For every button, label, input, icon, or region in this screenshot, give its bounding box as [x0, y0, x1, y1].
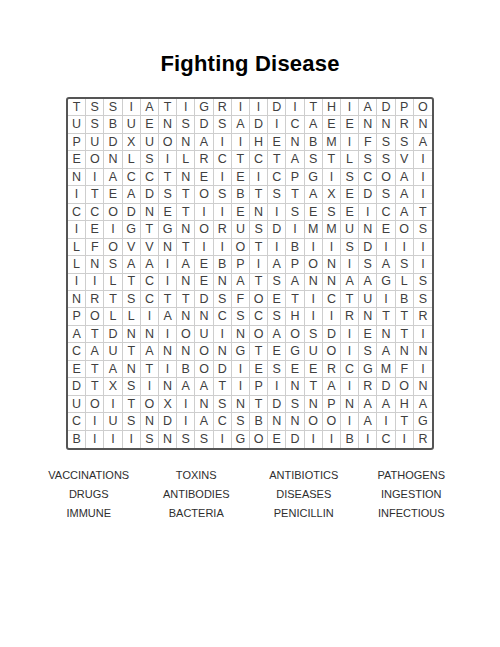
- grid-cell-r3c16: I: [341, 134, 359, 151]
- grid-cell-r10c15: N: [323, 256, 341, 273]
- grid-cell-r4c16: L: [341, 151, 359, 168]
- letter-grid: TSSIATIGRIIDITHIADPOUSBUENSDSADICAEENNRN…: [68, 99, 432, 448]
- grid-cell-r10c8: E: [195, 256, 213, 273]
- word-pathogens: PATHOGENS: [358, 466, 466, 485]
- grid-cell-r17c11: P: [250, 378, 268, 395]
- grid-cell-r12c8: D: [195, 291, 213, 308]
- grid-cell-r16c1: E: [68, 361, 86, 378]
- grid-cell-r15c7: N: [177, 343, 195, 360]
- grid-cell-r13c7: N: [177, 308, 195, 325]
- grid-cell-r13c1: P: [68, 308, 86, 325]
- grid-cell-r19c20: G: [414, 413, 432, 430]
- grid-cell-r1c20: O: [414, 99, 432, 116]
- grid-cell-r13c17: N: [359, 308, 377, 325]
- grid-cell-r17c16: I: [341, 378, 359, 395]
- grid-cell-r19c9: C: [214, 413, 232, 430]
- grid-cell-r8c9: R: [214, 221, 232, 238]
- grid-cell-r5c14: G: [305, 169, 323, 186]
- grid-cell-r2c16: E: [341, 116, 359, 133]
- grid-cell-r16c8: O: [195, 361, 213, 378]
- grid-cell-r9c1: L: [68, 239, 86, 256]
- grid-cell-r18c4: T: [123, 396, 141, 413]
- grid-cell-r8c13: I: [286, 221, 304, 238]
- grid-cell-r9c16: S: [341, 239, 359, 256]
- grid-cell-r5c16: S: [341, 169, 359, 186]
- grid-cell-r15c5: A: [141, 343, 159, 360]
- grid-cell-r17c20: N: [414, 378, 432, 395]
- word-immune: IMMUNE: [35, 504, 143, 523]
- grid-cell-r6c17: D: [359, 186, 377, 203]
- grid-cell-r1c13: I: [286, 99, 304, 116]
- grid-cell-r4c15: T: [323, 151, 341, 168]
- grid-cell-r6c16: E: [341, 186, 359, 203]
- word-drugs: DRUGS: [35, 485, 143, 504]
- grid-cell-r7c5: N: [141, 204, 159, 221]
- grid-cell-r14c13: O: [286, 326, 304, 343]
- grid-cell-r15c6: N: [159, 343, 177, 360]
- grid-cell-r4c14: S: [305, 151, 323, 168]
- grid-cell-r11c6: I: [159, 274, 177, 291]
- grid-cell-r1c17: A: [359, 99, 377, 116]
- grid-cell-r13c15: I: [323, 308, 341, 325]
- grid-cell-r15c10: G: [232, 343, 250, 360]
- grid-cell-r3c11: H: [250, 134, 268, 151]
- grid-cell-r13c6: A: [159, 308, 177, 325]
- grid-cell-r16c9: D: [214, 361, 232, 378]
- word-diseases: DISEASES: [250, 485, 358, 504]
- grid-cell-r9c19: I: [396, 239, 414, 256]
- grid-cell-r7c10: E: [232, 204, 250, 221]
- grid-cell-r2c6: N: [159, 116, 177, 133]
- grid-cell-r1c9: R: [214, 99, 232, 116]
- grid-cell-r13c18: T: [377, 308, 395, 325]
- word-bacteria: BACTERIA: [143, 504, 251, 523]
- grid-cell-r16c6: I: [159, 361, 177, 378]
- grid-cell-r11c10: A: [232, 274, 250, 291]
- grid-cell-r5c7: N: [177, 169, 195, 186]
- grid-cell-r3c5: U: [141, 134, 159, 151]
- grid-cell-r6c7: T: [177, 186, 195, 203]
- grid-cell-r15c12: E: [268, 343, 286, 360]
- grid-cell-r14c11: O: [250, 326, 268, 343]
- grid-cell-r10c9: B: [214, 256, 232, 273]
- grid-cell-r14c5: N: [141, 326, 159, 343]
- grid-cell-r4c13: A: [286, 151, 304, 168]
- grid-cell-r14c6: I: [159, 326, 177, 343]
- grid-cell-r19c7: I: [177, 413, 195, 430]
- grid-cell-r2c20: N: [414, 116, 432, 133]
- grid-cell-r16c15: R: [323, 361, 341, 378]
- grid-cell-r17c15: A: [323, 378, 341, 395]
- grid-cell-r3c8: A: [195, 134, 213, 151]
- grid-cell-r5c6: T: [159, 169, 177, 186]
- grid-cell-r12c20: S: [414, 291, 432, 308]
- grid-cell-r18c6: X: [159, 396, 177, 413]
- grid-cell-r17c1: D: [68, 378, 86, 395]
- grid-cell-r10c20: I: [414, 256, 432, 273]
- grid-cell-r8c20: S: [414, 221, 432, 238]
- grid-cell-r16c2: T: [86, 361, 104, 378]
- grid-cell-r1c18: D: [377, 99, 395, 116]
- grid-cell-r19c13: N: [286, 413, 304, 430]
- grid-cell-r9c18: I: [377, 239, 395, 256]
- grid-cell-r11c17: A: [359, 274, 377, 291]
- grid-cell-r6c14: A: [305, 186, 323, 203]
- grid-cell-r18c13: S: [286, 396, 304, 413]
- grid-cell-r14c8: U: [195, 326, 213, 343]
- grid-cell-r15c11: T: [250, 343, 268, 360]
- grid-cell-r3c3: D: [104, 134, 122, 151]
- grid-cell-r20c17: I: [359, 431, 377, 448]
- grid-cell-r18c12: D: [268, 396, 286, 413]
- grid-cell-r4c5: S: [141, 151, 159, 168]
- word-search-page: Fighting Disease TSSIATIGRIIDITHIADPOUSB…: [0, 0, 500, 647]
- grid-cell-r11c16: A: [341, 274, 359, 291]
- grid-cell-r4c4: L: [123, 151, 141, 168]
- grid-cell-r3c14: B: [305, 134, 323, 151]
- grid-cell-r9c3: O: [104, 239, 122, 256]
- grid-cell-r9c13: B: [286, 239, 304, 256]
- grid-cell-r20c16: B: [341, 431, 359, 448]
- grid-cell-r7c6: E: [159, 204, 177, 221]
- grid-cell-r2c18: N: [377, 116, 395, 133]
- grid-cell-r10c3: S: [104, 256, 122, 273]
- word-vaccinations: VACCINATIONS: [35, 466, 143, 485]
- grid-cell-r9c9: I: [214, 239, 232, 256]
- grid-cell-r5c3: A: [104, 169, 122, 186]
- grid-cell-r2c7: S: [177, 116, 195, 133]
- grid-cell-r5c4: C: [123, 169, 141, 186]
- grid-cell-r10c6: I: [159, 256, 177, 273]
- word-toxins: TOXINS: [143, 466, 251, 485]
- grid-cell-r10c18: A: [377, 256, 395, 273]
- grid-cell-r19c15: O: [323, 413, 341, 430]
- grid-cell-r17c12: I: [268, 378, 286, 395]
- grid-cell-r2c19: R: [396, 116, 414, 133]
- grid-cell-r14c14: S: [305, 326, 323, 343]
- grid-cell-r8c3: I: [104, 221, 122, 238]
- grid-cell-r14c20: I: [414, 326, 432, 343]
- grid-cell-r8c5: T: [141, 221, 159, 238]
- grid-cell-r3c7: N: [177, 134, 195, 151]
- grid-cell-r9c11: T: [250, 239, 268, 256]
- grid-cell-r15c17: S: [359, 343, 377, 360]
- grid-cell-r2c12: I: [268, 116, 286, 133]
- grid-cell-r13c12: S: [268, 308, 286, 325]
- grid-cell-r3c10: I: [232, 134, 250, 151]
- grid-cell-r9c2: F: [86, 239, 104, 256]
- grid-cell-r7c13: S: [286, 204, 304, 221]
- grid-cell-r5c5: C: [141, 169, 159, 186]
- grid-cell-r8c18: E: [377, 221, 395, 238]
- grid-cell-r16c13: E: [286, 361, 304, 378]
- grid-cell-r17c5: I: [141, 378, 159, 395]
- grid-cell-r4c12: T: [268, 151, 286, 168]
- grid-cell-r5c10: E: [232, 169, 250, 186]
- grid-cell-r18c16: N: [341, 396, 359, 413]
- grid-cell-r4c8: R: [195, 151, 213, 168]
- grid-cell-r15c2: A: [86, 343, 104, 360]
- grid-cell-r11c15: N: [323, 274, 341, 291]
- grid-cell-r6c8: O: [195, 186, 213, 203]
- grid-cell-r15c19: N: [396, 343, 414, 360]
- grid-cell-r2c11: D: [250, 116, 268, 133]
- grid-cell-r12c5: C: [141, 291, 159, 308]
- grid-cell-r18c9: S: [214, 396, 232, 413]
- grid-cell-r17c9: T: [214, 378, 232, 395]
- grid-cell-r10c11: I: [250, 256, 268, 273]
- grid-cell-r5c20: I: [414, 169, 432, 186]
- grid-cell-r20c9: I: [214, 431, 232, 448]
- grid-cell-r7c8: I: [195, 204, 213, 221]
- grid-cell-r13c4: L: [123, 308, 141, 325]
- grid-cell-r10c16: I: [341, 256, 359, 273]
- grid-cell-r14c15: D: [323, 326, 341, 343]
- grid-cell-r13c2: O: [86, 308, 104, 325]
- grid-cell-r6c1: I: [68, 186, 86, 203]
- grid-cell-r7c7: T: [177, 204, 195, 221]
- grid-cell-r16c19: F: [396, 361, 414, 378]
- word-list: VACCINATIONSTOXINSANTIBIOTICSPATHOGENSDR…: [35, 466, 465, 523]
- grid-cell-r9c14: I: [305, 239, 323, 256]
- grid-cell-r20c4: I: [123, 431, 141, 448]
- grid-cell-r11c8: E: [195, 274, 213, 291]
- word-ingestion: INGESTION: [358, 485, 466, 504]
- grid-cell-r11c11: T: [250, 274, 268, 291]
- grid-cell-r7c3: O: [104, 204, 122, 221]
- grid-cell-r16c20: I: [414, 361, 432, 378]
- grid-cell-r3c13: N: [286, 134, 304, 151]
- grid-cell-r9c6: N: [159, 239, 177, 256]
- grid-cell-r11c2: I: [86, 274, 104, 291]
- word-penicillin: PENICILLIN: [250, 504, 358, 523]
- word-antibiotics: ANTIBIOTICS: [250, 466, 358, 485]
- grid-cell-r2c3: B: [104, 116, 122, 133]
- grid-cell-r3c18: S: [377, 134, 395, 151]
- grid-cell-r10c5: A: [141, 256, 159, 273]
- grid-cell-r20c5: S: [141, 431, 159, 448]
- grid-cell-r5c8: E: [195, 169, 213, 186]
- grid-cell-r11c9: N: [214, 274, 232, 291]
- grid-cell-r5c1: N: [68, 169, 86, 186]
- grid-cell-r12c4: S: [123, 291, 141, 308]
- grid-cell-r16c4: N: [123, 361, 141, 378]
- grid-cell-r15c3: U: [104, 343, 122, 360]
- word-infectious: INFECTIOUS: [358, 504, 466, 523]
- grid-cell-r5c2: I: [86, 169, 104, 186]
- grid-cell-r18c15: P: [323, 396, 341, 413]
- grid-cell-r10c17: S: [359, 256, 377, 273]
- grid-cell-r13c20: R: [414, 308, 432, 325]
- grid-cell-r10c14: O: [305, 256, 323, 273]
- grid-cell-r16c7: B: [177, 361, 195, 378]
- grid-cell-r20c1: B: [68, 431, 86, 448]
- grid-cell-r1c3: S: [104, 99, 122, 116]
- grid-cell-r17c6: N: [159, 378, 177, 395]
- grid-cell-r5c13: P: [286, 169, 304, 186]
- grid-cell-r12c12: E: [268, 291, 286, 308]
- grid-cell-r6c4: A: [123, 186, 141, 203]
- grid-cell-r13c19: T: [396, 308, 414, 325]
- grid-cell-r5c12: C: [268, 169, 286, 186]
- grid-cell-r2c9: S: [214, 116, 232, 133]
- grid-cell-r6c19: A: [396, 186, 414, 203]
- grid-cell-r10c4: A: [123, 256, 141, 273]
- grid-cell-r3c9: I: [214, 134, 232, 151]
- grid-cell-r17c8: A: [195, 378, 213, 395]
- grid-cell-r12c14: I: [305, 291, 323, 308]
- grid-cell-r15c9: N: [214, 343, 232, 360]
- grid-cell-r15c13: G: [286, 343, 304, 360]
- grid-cell-r19c14: O: [305, 413, 323, 430]
- grid-cell-r5c18: O: [377, 169, 395, 186]
- grid-cell-r19c16: I: [341, 413, 359, 430]
- grid-cell-r6c11: T: [250, 186, 268, 203]
- grid-cell-r18c18: A: [377, 396, 395, 413]
- grid-cell-r16c17: G: [359, 361, 377, 378]
- grid-cell-r9c5: V: [141, 239, 159, 256]
- grid-cell-r10c7: A: [177, 256, 195, 273]
- grid-cell-r1c7: I: [177, 99, 195, 116]
- grid-cell-r6c13: T: [286, 186, 304, 203]
- grid-cell-r8c7: N: [177, 221, 195, 238]
- grid-cell-r13c5: I: [141, 308, 159, 325]
- grid-cell-r20c11: O: [250, 431, 268, 448]
- grid-cell-r7c17: I: [359, 204, 377, 221]
- grid-cell-r13c3: L: [104, 308, 122, 325]
- grid-cell-r17c17: R: [359, 378, 377, 395]
- grid-cell-r3c1: P: [68, 134, 86, 151]
- grid-cell-r4c3: N: [104, 151, 122, 168]
- grid-cell-r3c20: A: [414, 134, 432, 151]
- grid-cell-r20c7: S: [177, 431, 195, 448]
- grid-cell-r19c3: U: [104, 413, 122, 430]
- grid-cell-r20c3: I: [104, 431, 122, 448]
- grid-cell-r11c3: L: [104, 274, 122, 291]
- grid-cell-r4c10: T: [232, 151, 250, 168]
- grid-cell-r5c19: A: [396, 169, 414, 186]
- grid-cell-r1c19: P: [396, 99, 414, 116]
- grid-cell-r19c10: S: [232, 413, 250, 430]
- grid-cell-r20c20: R: [414, 431, 432, 448]
- grid-cell-r11c5: C: [141, 274, 159, 291]
- grid-cell-r1c1: T: [68, 99, 86, 116]
- grid-cell-r8c11: S: [250, 221, 268, 238]
- grid-cell-r13c16: R: [341, 308, 359, 325]
- grid-cell-r17c19: O: [396, 378, 414, 395]
- grid-cell-r2c4: U: [123, 116, 141, 133]
- grid-cell-r1c14: T: [305, 99, 323, 116]
- grid-cell-r3c6: O: [159, 134, 177, 151]
- grid-cell-r3c12: E: [268, 134, 286, 151]
- grid-cell-r19c8: A: [195, 413, 213, 430]
- grid-cell-r7c4: D: [123, 204, 141, 221]
- grid-cell-r4c18: S: [377, 151, 395, 168]
- grid-cell-r5c17: C: [359, 169, 377, 186]
- grid-cell-r8c4: G: [123, 221, 141, 238]
- grid-cell-r4c1: E: [68, 151, 86, 168]
- grid-cell-r4c6: I: [159, 151, 177, 168]
- grid-cell-r17c3: X: [104, 378, 122, 395]
- grid-cell-r12c10: F: [232, 291, 250, 308]
- grid-cell-r19c5: N: [141, 413, 159, 430]
- grid-cell-r18c7: I: [177, 396, 195, 413]
- grid-cell-r6c6: S: [159, 186, 177, 203]
- grid-cell-r13c8: N: [195, 308, 213, 325]
- grid-cell-r2c5: E: [141, 116, 159, 133]
- grid-cell-r14c10: N: [232, 326, 250, 343]
- grid-cell-r4c11: C: [250, 151, 268, 168]
- grid-cell-r14c1: A: [68, 326, 86, 343]
- grid-cell-r18c8: N: [195, 396, 213, 413]
- grid-cell-r12c13: T: [286, 291, 304, 308]
- grid-cell-r16c11: E: [250, 361, 268, 378]
- grid-cell-r11c1: I: [68, 274, 86, 291]
- grid-cell-r1c8: G: [195, 99, 213, 116]
- grid-cell-r12c2: R: [86, 291, 104, 308]
- grid-cell-r2c15: E: [323, 116, 341, 133]
- grid-cell-r16c14: E: [305, 361, 323, 378]
- grid-cell-r19c12: N: [268, 413, 286, 430]
- grid-cell-r1c2: S: [86, 99, 104, 116]
- grid-cell-r9c4: V: [123, 239, 141, 256]
- grid-cell-r15c20: N: [414, 343, 432, 360]
- word-antibodies: ANTIBODIES: [143, 485, 251, 504]
- grid-cell-r8c16: U: [341, 221, 359, 238]
- grid-cell-r19c6: D: [159, 413, 177, 430]
- grid-cell-r18c5: O: [141, 396, 159, 413]
- grid-cell-r2c1: U: [68, 116, 86, 133]
- grid-cell-r5c15: I: [323, 169, 341, 186]
- grid-cell-r3c17: F: [359, 134, 377, 151]
- grid-cell-r5c11: I: [250, 169, 268, 186]
- grid-cell-r18c3: I: [104, 396, 122, 413]
- grid-cell-r20c19: I: [396, 431, 414, 448]
- grid-cell-r8c12: D: [268, 221, 286, 238]
- grid-cell-r6c10: B: [232, 186, 250, 203]
- grid-cell-r17c13: N: [286, 378, 304, 395]
- grid-cell-r19c1: C: [68, 413, 86, 430]
- grid-cell-r18c2: O: [86, 396, 104, 413]
- grid-cell-r14c12: A: [268, 326, 286, 343]
- grid-cell-r14c3: D: [104, 326, 122, 343]
- grid-cell-r7c14: E: [305, 204, 323, 221]
- grid-cell-r18c14: N: [305, 396, 323, 413]
- grid-cell-r13c14: I: [305, 308, 323, 325]
- grid-cell-r16c12: S: [268, 361, 286, 378]
- grid-cell-r4c2: O: [86, 151, 104, 168]
- grid-cell-r15c16: I: [341, 343, 359, 360]
- grid-cell-r14c17: E: [359, 326, 377, 343]
- grid-cell-r13c9: C: [214, 308, 232, 325]
- grid-cell-r6c5: D: [141, 186, 159, 203]
- grid-cell-r15c14: U: [305, 343, 323, 360]
- grid-cell-r19c4: S: [123, 413, 141, 430]
- grid-cell-r20c13: D: [286, 431, 304, 448]
- grid-cell-r4c19: V: [396, 151, 414, 168]
- grid-cell-r14c9: I: [214, 326, 232, 343]
- grid-cell-r7c19: A: [396, 204, 414, 221]
- grid-cell-r9c17: D: [359, 239, 377, 256]
- grid-cell-r12c1: N: [68, 291, 86, 308]
- grid-cell-r3c4: X: [123, 134, 141, 151]
- grid-cell-r7c2: C: [86, 204, 104, 221]
- grid-cell-r19c17: A: [359, 413, 377, 430]
- grid-cell-r12c9: S: [214, 291, 232, 308]
- grid-cell-r16c3: A: [104, 361, 122, 378]
- grid-cell-r16c10: I: [232, 361, 250, 378]
- grid-cell-r6c12: S: [268, 186, 286, 203]
